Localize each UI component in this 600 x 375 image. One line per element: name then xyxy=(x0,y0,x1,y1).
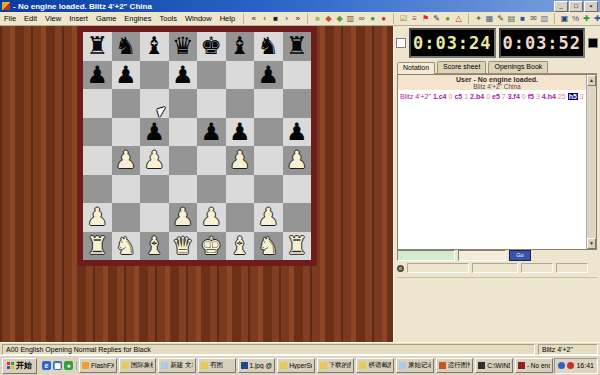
square-a6[interactable] xyxy=(83,89,112,118)
white-rook[interactable]: ♜ xyxy=(83,232,112,261)
status-cell xyxy=(556,263,588,273)
square-b4[interactable]: ♟ xyxy=(112,146,141,175)
notation-scrollbar[interactable]: ▲ ▼ xyxy=(586,75,596,249)
taskbar-button-label: - No engin... xyxy=(527,362,550,369)
black-pawn[interactable]: ♟ xyxy=(140,118,169,147)
square-g5[interactable] xyxy=(254,118,283,147)
taskbar-button-label: 原始记录.tx... xyxy=(408,361,431,370)
white-bishop[interactable]: ♝ xyxy=(140,232,169,261)
white-rook[interactable]: ♜ xyxy=(283,232,312,261)
flip-board-icon[interactable]: ◆ xyxy=(323,13,334,24)
ball-icon[interactable]: ● xyxy=(442,13,453,24)
start-button[interactable]: 开始 xyxy=(2,358,37,374)
white-pawn[interactable]: ♟ xyxy=(283,146,312,175)
engine-input-row: Go xyxy=(397,250,597,261)
white-pawn[interactable]: ♟ xyxy=(197,203,226,232)
menu-view[interactable]: View xyxy=(41,14,65,23)
engine-status-icon: o xyxy=(397,265,404,272)
white-queen[interactable]: ♛ xyxy=(169,232,198,261)
square-a3[interactable] xyxy=(83,175,112,204)
move-token[interactable]: 1 xyxy=(464,93,468,100)
prev-move-icon[interactable]: ‹ xyxy=(259,13,270,24)
levels-icon[interactable]: ◆ xyxy=(334,13,345,24)
move-token[interactable]: 4.h4 xyxy=(542,93,556,100)
move-token[interactable]: 7 xyxy=(502,93,506,100)
book-icon[interactable]: ▥ xyxy=(345,13,356,24)
square-b3[interactable] xyxy=(112,175,141,204)
first-move-icon[interactable]: « xyxy=(248,13,259,24)
black-rook[interactable]: ♜ xyxy=(83,32,112,61)
square-c7[interactable] xyxy=(140,61,169,90)
move-token[interactable]: e5 xyxy=(492,93,500,100)
status-cell xyxy=(407,263,469,273)
windows-flag-icon xyxy=(7,362,14,369)
taskbar-button-5[interactable]: 1.jpg @ 100... xyxy=(238,358,276,373)
menu-tools[interactable]: Tools xyxy=(155,14,181,23)
square-a2[interactable]: ♟ xyxy=(83,203,112,232)
square-a4[interactable] xyxy=(83,146,112,175)
stop-icon[interactable]: ■ xyxy=(270,13,281,24)
taskbar-button-7[interactable]: 下载的图片 xyxy=(317,358,355,373)
square-e8[interactable]: ♚ xyxy=(197,32,226,61)
square-g8[interactable]: ♞ xyxy=(254,32,283,61)
chess-board-frame: ♜♞♝♛♚♝♞♜♟♟♟♟♟♟♟♟♟♟♟♟♟♟♟♟♜♞♝♛♚♝♞♜ xyxy=(77,26,317,266)
mode-group: ☑≡⚑✎●△ xyxy=(393,13,464,24)
chess-app-icon xyxy=(518,362,525,369)
move-token[interactable]: 25 xyxy=(558,93,566,100)
square-c4[interactable]: ♟ xyxy=(140,146,169,175)
last-move-icon[interactable]: » xyxy=(292,13,303,24)
menu-file[interactable]: File xyxy=(0,14,20,23)
move-token[interactable]: 0 xyxy=(486,93,490,100)
close-button[interactable]: × xyxy=(584,1,598,12)
square-c3[interactable] xyxy=(140,175,169,204)
flashfxp-icon xyxy=(82,362,89,369)
black-clock: 0:03:52 xyxy=(499,28,586,58)
folder-icon xyxy=(320,362,327,369)
title-bar: - No engine loaded. Blitz 4'+2" China _ … xyxy=(0,0,600,12)
square-d1[interactable]: ♛ xyxy=(169,232,198,261)
taskbar-button-label: HyperSnap 6 xyxy=(289,362,312,369)
white-pawn[interactable]: ♟ xyxy=(226,146,255,175)
status-cell xyxy=(472,263,518,273)
menu-bar: FileEditViewInsertGameEnginesToolsWindow… xyxy=(0,12,600,26)
move-token[interactable]: Blitz 4'+2" xyxy=(400,93,431,100)
players-line: User - No engine loaded. xyxy=(398,76,596,83)
move-token[interactable]: c5 xyxy=(454,93,462,100)
client-area: ♜♞♝♛♚♝♞♜♟♟♟♟♟♟♟♟♟♟♟♟♟♟♟♟♜♞♝♛♚♝♞♜ ◤ 0:03:… xyxy=(0,25,600,356)
plus-green-icon[interactable]: ✚ xyxy=(581,13,592,24)
square-f7[interactable] xyxy=(226,61,255,90)
square-f6[interactable] xyxy=(226,89,255,118)
taskbar-button-label: 下载的图片 xyxy=(329,361,352,370)
square-a1[interactable]: ♜ xyxy=(83,232,112,261)
go-button[interactable]: Go xyxy=(509,250,531,261)
taskbar-button-label: 1.jpg @ 100... xyxy=(250,362,273,369)
tab-notation[interactable]: Notation xyxy=(397,62,435,74)
taskbar-button-label: 运行图性_M... xyxy=(448,361,471,370)
black-pawn[interactable]: ♟ xyxy=(254,61,283,90)
taskbar-button-3[interactable]: 新建 文本文... xyxy=(158,358,196,373)
taskbar-button-label: FlashFXP xyxy=(91,362,114,369)
square-d6[interactable] xyxy=(169,89,198,118)
square-g4[interactable] xyxy=(254,146,283,175)
taskbar-button-10[interactable]: 运行图性_M... xyxy=(436,358,474,373)
square-f3[interactable] xyxy=(226,175,255,204)
player-icon[interactable]: ● xyxy=(64,361,73,370)
system-tray: 16:41 xyxy=(554,358,598,374)
white-pawn[interactable]: ♟ xyxy=(140,146,169,175)
square-d3[interactable] xyxy=(169,175,198,204)
menu-help[interactable]: Help xyxy=(216,14,239,23)
square-b2[interactable] xyxy=(112,203,141,232)
tab-score-sheet[interactable]: Score sheet xyxy=(437,61,486,73)
edit-icon[interactable]: ✎ xyxy=(431,13,442,24)
square-h3[interactable] xyxy=(283,175,312,204)
quick-launch: e▦● xyxy=(39,361,77,370)
black-rook[interactable]: ♜ xyxy=(283,32,312,61)
move-token[interactable]: 0 xyxy=(522,93,526,100)
square-f4[interactable]: ♟ xyxy=(226,146,255,175)
screen: - No engine loaded. Blitz 4'+2" China _ … xyxy=(0,0,600,375)
square-b8[interactable]: ♞ xyxy=(112,32,141,61)
square-h1[interactable]: ♜ xyxy=(283,232,312,261)
square-h5[interactable]: ♟ xyxy=(283,118,312,147)
event-line: Blitz 4'+2" China xyxy=(398,83,596,90)
move-token[interactable]: 3 xyxy=(580,93,584,100)
folder-icon xyxy=(122,362,129,369)
black-side-indicator xyxy=(588,38,598,48)
square-b7[interactable]: ♟ xyxy=(112,61,141,90)
square-h6[interactable] xyxy=(283,89,312,118)
ie-icon[interactable]: e xyxy=(42,361,51,370)
toolbar: ■◆◆▥∞●●☑≡⚑✎●△✦▦✎▤■✉▧▣%✚✚A? xyxy=(303,13,600,24)
square-e1[interactable]: ♚ xyxy=(197,232,226,261)
taskbar-button-label: 国际象棋单机版 xyxy=(131,361,154,370)
square-c8[interactable]: ♝ xyxy=(140,32,169,61)
white-pawn[interactable]: ♟ xyxy=(83,203,112,232)
square-g1[interactable]: ♞ xyxy=(254,232,283,261)
desktop-icon[interactable]: ▦ xyxy=(53,361,62,370)
clipboard-icon[interactable]: ▧ xyxy=(539,13,550,24)
game-group: ■◆◆▥∞●● xyxy=(307,13,389,24)
square-e2[interactable]: ♟ xyxy=(197,203,226,232)
tray-alert-icon[interactable] xyxy=(567,362,574,369)
white-pawn[interactable]: ♟ xyxy=(112,146,141,175)
square-a8[interactable]: ♜ xyxy=(83,32,112,61)
black-knight[interactable]: ♞ xyxy=(112,32,141,61)
notation-header: User - No engine loaded. Blitz 4'+2" Chi… xyxy=(398,75,596,90)
square-f1[interactable]: ♝ xyxy=(226,232,255,261)
square-d5[interactable] xyxy=(169,118,198,147)
flag-icon[interactable]: ⚑ xyxy=(420,13,431,24)
white-knight[interactable]: ♞ xyxy=(254,232,283,261)
grid-icon[interactable]: ▤ xyxy=(506,13,517,24)
black-pawn[interactable]: ♟ xyxy=(283,118,312,147)
move-token[interactable]: 3.f4 xyxy=(508,93,520,100)
square-e7[interactable] xyxy=(197,61,226,90)
clock-row: 0:03:24 0:03:52 xyxy=(396,29,598,57)
taskbar-button-label: 有图 xyxy=(210,361,223,370)
current-move[interactable]: h5 xyxy=(568,93,578,100)
menu-game[interactable]: Game xyxy=(92,14,120,23)
black-pawn[interactable]: ♟ xyxy=(83,61,112,90)
scroll-up-icon[interactable]: ▲ xyxy=(587,75,596,86)
tools-group: ✦▦✎▤■✉▧ xyxy=(468,13,550,24)
text-file-icon xyxy=(161,362,168,369)
black-knight[interactable]: ♞ xyxy=(254,32,283,61)
black-pawn[interactable]: ♟ xyxy=(112,61,141,90)
white-side-indicator xyxy=(396,38,406,48)
folder-icon xyxy=(280,362,287,369)
white-pawn[interactable]: ♟ xyxy=(254,203,283,232)
black-bishop[interactable]: ♝ xyxy=(140,32,169,61)
window-title: - No engine loaded. Blitz 4'+2" China xyxy=(13,2,553,11)
black-queen[interactable]: ♛ xyxy=(169,32,198,61)
square-d7[interactable]: ♟ xyxy=(169,61,198,90)
list-icon[interactable]: ≡ xyxy=(409,13,420,24)
taskbar-button-4[interactable]: 有图 xyxy=(198,358,236,373)
square-a7[interactable]: ♟ xyxy=(83,61,112,90)
white-pawn[interactable]: ♟ xyxy=(169,203,198,232)
square-d4[interactable] xyxy=(169,146,198,175)
next-move-icon[interactable]: › xyxy=(281,13,292,24)
taskbar-button-11[interactable]: C:\WINDOWS\... xyxy=(475,358,513,373)
black-bishop[interactable]: ♝ xyxy=(226,32,255,61)
square-a5[interactable] xyxy=(83,118,112,147)
white-clock: 0:03:24 xyxy=(409,28,496,58)
square-g7[interactable]: ♟ xyxy=(254,61,283,90)
chart-icon[interactable]: ▦ xyxy=(484,13,495,24)
text-file-icon xyxy=(399,362,406,369)
square-d2[interactable]: ♟ xyxy=(169,203,198,232)
taskbar-button-label: 棋谱截图 xyxy=(368,361,391,370)
square-c1[interactable]: ♝ xyxy=(140,232,169,261)
folder-icon xyxy=(359,362,366,369)
white-bishop[interactable]: ♝ xyxy=(226,232,255,261)
square-e6[interactable] xyxy=(197,89,226,118)
app-icon xyxy=(439,362,446,369)
new-game-icon[interactable]: ■ xyxy=(312,13,323,24)
scroll-down-icon[interactable]: ▼ xyxy=(587,238,596,249)
move-token[interactable]: f5 xyxy=(528,93,534,100)
move-token[interactable]: 2.b4 xyxy=(470,93,484,100)
black-king[interactable]: ♚ xyxy=(197,32,226,61)
square-g2[interactable]: ♟ xyxy=(254,203,283,232)
tray-network-icon[interactable] xyxy=(558,362,565,369)
opening-name-status: A00 English Opening Normal Replies for B… xyxy=(2,344,535,355)
square-b6[interactable] xyxy=(112,89,141,118)
status-cell xyxy=(521,263,553,273)
taskbar-button-12[interactable]: - No engin... xyxy=(515,358,553,373)
menu-edit[interactable]: Edit xyxy=(20,14,41,23)
stop-engine-icon[interactable]: ● xyxy=(378,13,389,24)
move-token[interactable]: 0 xyxy=(449,93,453,100)
taskbar-button-8[interactable]: 棋谱截图 xyxy=(356,358,394,373)
engine-status-row: o xyxy=(397,263,597,273)
menu-window[interactable]: Window xyxy=(181,14,216,23)
square-f5[interactable]: ♟ xyxy=(226,118,255,147)
engine-output-panel xyxy=(397,277,597,341)
square-e5[interactable]: ♟ xyxy=(197,118,226,147)
app-icon xyxy=(2,2,10,10)
hand-icon[interactable]: ✦ xyxy=(473,13,484,24)
check-icon[interactable]: ☑ xyxy=(398,13,409,24)
save-icon[interactable]: ▣ xyxy=(559,13,570,24)
square-h7[interactable] xyxy=(283,61,312,90)
go-icon[interactable]: ● xyxy=(367,13,378,24)
square-c2[interactable] xyxy=(140,203,169,232)
chess-board[interactable]: ♜♞♝♛♚♝♞♜♟♟♟♟♟♟♟♟♟♟♟♟♟♟♟♟♜♞♝♛♚♝♞♜ xyxy=(83,32,311,260)
square-g6[interactable] xyxy=(254,89,283,118)
minimize-button[interactable]: _ xyxy=(554,1,568,12)
move-token[interactable]: 3 xyxy=(536,93,540,100)
black-pawn[interactable]: ♟ xyxy=(226,118,255,147)
maximize-button[interactable]: □ xyxy=(569,1,583,12)
taskbar-button-6[interactable]: HyperSnap 6 xyxy=(277,358,315,373)
taskbar-button-2[interactable]: 国际象棋单机版 xyxy=(119,358,157,373)
move-list[interactable]: Blitz 4'+2"1.c40c512.b40e573.f40f534.h42… xyxy=(398,90,596,101)
square-h2[interactable] xyxy=(283,203,312,232)
square-h4[interactable]: ♟ xyxy=(283,146,312,175)
side-panel: 0:03:24 0:03:52 NotationScore sheetOpeni… xyxy=(393,25,600,343)
square-b5[interactable] xyxy=(112,118,141,147)
plus-blue-icon[interactable]: ✚ xyxy=(592,13,600,24)
pencil-icon[interactable]: ✎ xyxy=(495,13,506,24)
image-viewer-icon xyxy=(241,362,248,369)
taskbar: 开始 e▦● FlashFXP国际象棋单机版新建 文本文...有图1.jpg @… xyxy=(0,355,600,375)
notation-panel: User - No engine loaded. Blitz 4'+2" Chi… xyxy=(397,74,597,250)
move-input-field[interactable] xyxy=(397,250,455,261)
percent-icon[interactable]: % xyxy=(570,13,581,24)
tray-clock: 16:41 xyxy=(576,362,594,369)
mail-icon[interactable]: ✉ xyxy=(528,13,539,24)
black-pawn[interactable]: ♟ xyxy=(169,61,198,90)
warning-icon[interactable]: △ xyxy=(453,13,464,24)
cmd-icon xyxy=(478,362,485,369)
taskbar-button-label: 新建 文本文... xyxy=(170,361,193,370)
square-c5[interactable]: ♟ xyxy=(140,118,169,147)
square-h8[interactable]: ♜ xyxy=(283,32,312,61)
menu-insert[interactable]: Insert xyxy=(65,14,92,23)
white-knight[interactable]: ♞ xyxy=(112,232,141,261)
menu-engines[interactable]: Engines xyxy=(120,14,155,23)
time-control-status: Blitz 4'+2" xyxy=(538,344,598,355)
file-group: ▣%✚✚A? xyxy=(554,13,600,24)
analyze-icon[interactable]: ∞ xyxy=(356,13,367,24)
panel-tabs: NotationScore sheetOpenings Book xyxy=(397,61,597,74)
white-king[interactable]: ♚ xyxy=(197,232,226,261)
move-navigation-toolbar: «‹■›» xyxy=(243,13,303,24)
square-f2[interactable] xyxy=(226,203,255,232)
start-label: 开始 xyxy=(16,360,32,371)
taskbar-button-9[interactable]: 原始记录.tx... xyxy=(396,358,434,373)
square-b1[interactable]: ♞ xyxy=(112,232,141,261)
position-icon[interactable]: ■ xyxy=(517,13,528,24)
black-pawn[interactable]: ♟ xyxy=(197,118,226,147)
tab-openings-book[interactable]: Openings Book xyxy=(488,61,548,73)
square-g3[interactable] xyxy=(254,175,283,204)
app-status-bar: A00 English Opening Normal Replies for B… xyxy=(0,342,600,356)
square-e4[interactable] xyxy=(197,146,226,175)
square-d8[interactable]: ♛ xyxy=(169,32,198,61)
secondary-input-field[interactable] xyxy=(458,250,506,261)
square-f8[interactable]: ♝ xyxy=(226,32,255,61)
taskbar-button-1[interactable]: FlashFXP xyxy=(79,358,117,373)
move-token[interactable]: 1.c4 xyxy=(433,93,447,100)
folder-icon xyxy=(201,362,208,369)
square-e3[interactable] xyxy=(197,175,226,204)
taskbar-button-label: C:\WINDOWS\... xyxy=(487,362,510,369)
